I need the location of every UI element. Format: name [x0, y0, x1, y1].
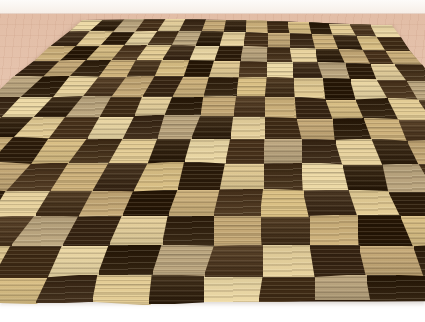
- checkerboard-rug: [0, 0, 425, 322]
- board-square: [310, 245, 366, 278]
- board-square: [202, 20, 226, 32]
- board-square: [264, 163, 304, 192]
- board-square: [220, 32, 246, 46]
- board-square: [288, 22, 312, 35]
- board-square: [231, 117, 265, 140]
- board-square: [169, 190, 221, 216]
- board-square: [244, 32, 269, 47]
- board-square: [226, 139, 266, 164]
- board-square: [201, 96, 237, 117]
- board-square: [265, 117, 302, 139]
- board-square: [383, 164, 425, 193]
- board-square: [241, 46, 268, 62]
- board-square: [294, 78, 326, 99]
- board-square: [310, 215, 360, 246]
- board-square: [215, 46, 244, 61]
- board-square: [163, 216, 215, 247]
- board-square: [343, 165, 389, 192]
- board-square: [185, 139, 231, 165]
- board-square: [214, 189, 264, 217]
- board-square: [290, 33, 316, 48]
- board-square: [290, 48, 318, 63]
- board-square: [93, 275, 153, 305]
- board-square: [99, 245, 163, 275]
- board-square: [304, 190, 358, 216]
- board-square: [239, 61, 267, 78]
- board-square: [302, 163, 349, 192]
- board-square: [205, 245, 264, 277]
- board-square: [265, 77, 295, 97]
- board-square: [204, 77, 239, 97]
- board-square: [267, 21, 290, 33]
- board-square: [259, 277, 315, 302]
- board-square: [268, 33, 290, 47]
- board-square: [214, 216, 263, 247]
- board-square: [209, 61, 240, 78]
- board-square: [367, 275, 425, 301]
- board-square: [315, 275, 371, 301]
- board-square: [261, 217, 311, 245]
- board-square: [264, 139, 303, 164]
- board-square: [263, 245, 316, 278]
- board-square: [267, 47, 293, 62]
- board-square: [297, 119, 335, 141]
- board-square: [267, 62, 294, 79]
- board-square: [178, 162, 225, 190]
- board-square: [224, 20, 247, 32]
- board-square: [261, 189, 310, 217]
- board-square: [265, 97, 297, 119]
- board-square: [234, 96, 266, 117]
- board-square: [237, 77, 268, 97]
- board-square: [220, 164, 264, 190]
- board-square: [204, 277, 263, 303]
- board-square: [149, 275, 204, 305]
- rug-photo: [0, 0, 425, 322]
- board-square: [246, 20, 268, 34]
